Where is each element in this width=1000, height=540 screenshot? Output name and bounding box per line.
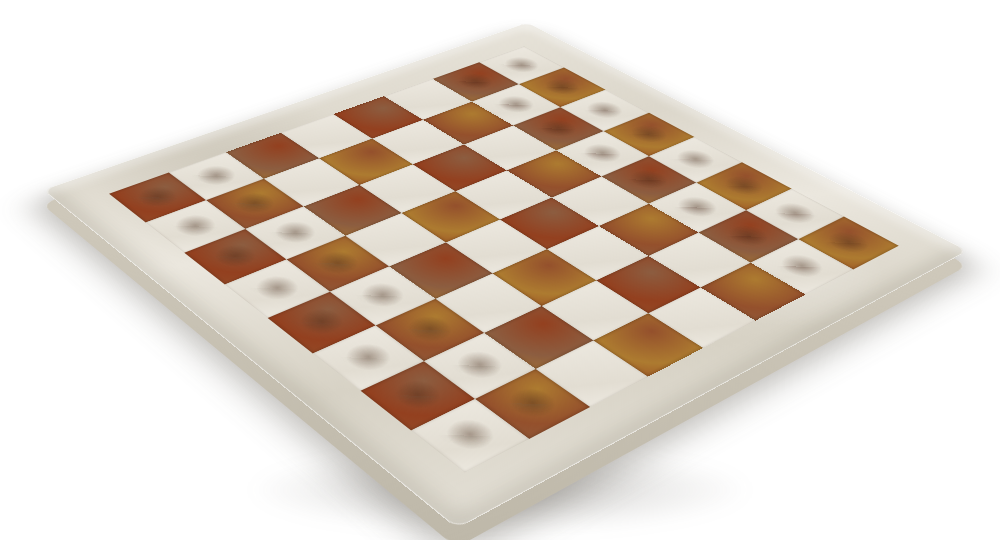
bishop-glyph: ♝ [714, 128, 771, 188]
pawn-glyph: ♟ [725, 192, 768, 238]
scene: ♜♞♝♛♚♝♞♜♟♟♟♟♟♟♟♟♟♟♟♟♟♟♟♟♜♞♝♛♚♝♞♜ [0, 0, 1000, 540]
chess-board: ♜♞♝♛♚♝♞♜♟♟♟♟♟♟♟♟♟♟♟♟♟♟♟♟♜♞♝♛♚♝♞♜ [43, 22, 968, 528]
pawn-glyph: ♟ [455, 43, 493, 83]
rook-glyph: ♜ [438, 374, 497, 436]
knight-glyph: ♞ [382, 327, 448, 397]
pawn-glyph: ♟ [626, 137, 667, 180]
pawn-glyph: ♟ [674, 164, 716, 208]
pawn-glyph: ♟ [537, 88, 576, 129]
knight-glyph: ♞ [765, 156, 821, 215]
pawn-glyph: ♟ [453, 315, 502, 366]
board-grid: ♜♞♝♛♚♝♞♜♟♟♟♟♟♟♟♟♟♟♟♟♟♟♟♟♜♞♝♛♚♝♞♜ [109, 46, 899, 472]
pawn-glyph: ♟ [495, 65, 533, 106]
pawn-glyph: ♟ [778, 221, 822, 268]
rook-glyph: ♜ [822, 191, 872, 244]
photo-stage: ♜♞♝♛♚♝♞♜♟♟♟♟♟♟♟♟♟♟♟♟♟♟♟♟♜♞♝♛♚♝♞♜ [0, 0, 1000, 540]
pawn-glyph: ♟ [505, 352, 555, 405]
board-frame: ♜♞♝♛♚♝♞♜♟♟♟♟♟♟♟♟♟♟♟♟♟♟♟♟♜♞♝♛♚♝♞♜ [43, 22, 968, 528]
pawn-glyph: ♟ [580, 112, 620, 154]
